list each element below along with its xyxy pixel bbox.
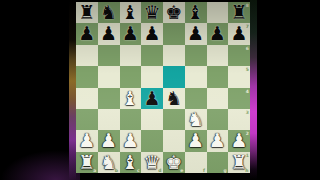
square-c2[interactable]: ♟ xyxy=(120,130,142,151)
square-e1[interactable]: ♚e xyxy=(163,152,185,173)
square-c7[interactable]: ♟ xyxy=(120,23,142,44)
piece-black-pawn-c7[interactable]: ♟ xyxy=(120,23,142,44)
chess-board[interactable]: ♜♞♝♛♚♝♜8♟♟♟♟♟♟♟765♝♟♞4♞3♟♟♟♟♟♟2♜a♞b♝c♛d♚… xyxy=(76,2,250,173)
piece-black-pawn-d4[interactable]: ♟ xyxy=(141,88,163,109)
square-d3[interactable] xyxy=(141,109,163,130)
piece-black-pawn-a7[interactable]: ♟ xyxy=(76,23,98,44)
background-right-gradient-strip xyxy=(250,0,257,180)
square-g7[interactable]: ♟ xyxy=(207,23,229,44)
piece-white-pawn-b2[interactable]: ♟ xyxy=(98,130,120,151)
square-d6[interactable] xyxy=(141,45,163,66)
piece-white-pawn-f2[interactable]: ♟ xyxy=(185,130,207,151)
piece-black-queen-d8[interactable]: ♛ xyxy=(141,2,163,23)
square-f1[interactable]: f xyxy=(185,152,207,173)
piece-white-pawn-c2[interactable]: ♟ xyxy=(120,130,142,151)
square-d7[interactable]: ♟ xyxy=(141,23,163,44)
coordinate-rank-6: 6 xyxy=(246,46,249,51)
piece-black-knight-e4[interactable]: ♞ xyxy=(163,88,185,109)
coordinate-rank-4: 4 xyxy=(246,89,249,94)
piece-white-king-e1[interactable]: ♚ xyxy=(163,152,185,173)
piece-black-pawn-b7[interactable]: ♟ xyxy=(98,23,120,44)
square-c3[interactable] xyxy=(120,109,142,130)
piece-white-rook-a1[interactable]: ♜ xyxy=(76,152,98,173)
square-e8[interactable]: ♚ xyxy=(163,2,185,23)
square-d1[interactable]: ♛d xyxy=(141,152,163,173)
square-a6[interactable] xyxy=(76,45,98,66)
piece-white-bishop-c1[interactable]: ♝ xyxy=(120,152,142,173)
piece-white-pawn-h2[interactable]: ♟ xyxy=(228,130,250,151)
square-c6[interactable] xyxy=(120,45,142,66)
piece-white-knight-b1[interactable]: ♞ xyxy=(98,152,120,173)
piece-black-pawn-g7[interactable]: ♟ xyxy=(207,23,229,44)
square-b4[interactable] xyxy=(98,88,120,109)
square-a7[interactable]: ♟ xyxy=(76,23,98,44)
piece-black-rook-h8[interactable]: ♜ xyxy=(228,2,250,23)
coordinate-file-f: f xyxy=(203,168,205,173)
square-c5[interactable] xyxy=(120,66,142,87)
square-b5[interactable] xyxy=(98,66,120,87)
square-a8[interactable]: ♜ xyxy=(76,2,98,23)
square-f7[interactable]: ♟ xyxy=(185,23,207,44)
piece-black-bishop-f8[interactable]: ♝ xyxy=(185,2,207,23)
square-e4[interactable]: ♞ xyxy=(163,88,185,109)
square-d4[interactable]: ♟ xyxy=(141,88,163,109)
square-h3[interactable]: 3 xyxy=(228,109,250,130)
square-g8[interactable] xyxy=(207,2,229,23)
coordinate-rank-3: 3 xyxy=(246,110,249,115)
piece-white-pawn-a2[interactable]: ♟ xyxy=(76,130,98,151)
piece-white-knight-f3[interactable]: ♞ xyxy=(185,109,207,130)
piece-white-bishop-c4[interactable]: ♝ xyxy=(120,88,142,109)
square-g4[interactable] xyxy=(207,88,229,109)
square-c4[interactable]: ♝ xyxy=(120,88,142,109)
piece-black-bishop-c8[interactable]: ♝ xyxy=(120,2,142,23)
square-g6[interactable] xyxy=(207,45,229,66)
square-d2[interactable] xyxy=(141,130,163,151)
coordinate-rank-5: 5 xyxy=(246,67,249,72)
piece-black-pawn-d7[interactable]: ♟ xyxy=(141,23,163,44)
piece-black-pawn-h7[interactable]: ♟ xyxy=(228,23,250,44)
piece-white-rook-h1[interactable]: ♜ xyxy=(228,152,250,173)
square-d8[interactable]: ♛ xyxy=(141,2,163,23)
square-g5[interactable] xyxy=(207,66,229,87)
square-g1[interactable]: g xyxy=(207,152,229,173)
piece-black-king-e8[interactable]: ♚ xyxy=(163,2,185,23)
square-h6[interactable]: 6 xyxy=(228,45,250,66)
square-c8[interactable]: ♝ xyxy=(120,2,142,23)
piece-white-pawn-g2[interactable]: ♟ xyxy=(207,130,229,151)
square-b7[interactable]: ♟ xyxy=(98,23,120,44)
square-h7[interactable]: ♟7 xyxy=(228,23,250,44)
square-b6[interactable] xyxy=(98,45,120,66)
square-b1[interactable]: ♞b xyxy=(98,152,120,173)
square-b8[interactable]: ♞ xyxy=(98,2,120,23)
square-c1[interactable]: ♝c xyxy=(120,152,142,173)
square-a5[interactable] xyxy=(76,66,98,87)
square-h1[interactable]: ♜1h xyxy=(228,152,250,173)
square-b2[interactable]: ♟ xyxy=(98,130,120,151)
square-f3[interactable]: ♞ xyxy=(185,109,207,130)
square-f6[interactable] xyxy=(185,45,207,66)
square-f2[interactable]: ♟ xyxy=(185,130,207,151)
square-h4[interactable]: 4 xyxy=(228,88,250,109)
piece-black-rook-a8[interactable]: ♜ xyxy=(76,2,98,23)
square-e6[interactable] xyxy=(163,45,185,66)
square-b3[interactable] xyxy=(98,109,120,130)
square-a2[interactable]: ♟ xyxy=(76,130,98,151)
background-corner-glow xyxy=(0,150,80,180)
square-a4[interactable] xyxy=(76,88,98,109)
square-a1[interactable]: ♜a xyxy=(76,152,98,173)
square-a3[interactable] xyxy=(76,109,98,130)
coordinate-file-g: g xyxy=(224,168,227,173)
square-f8[interactable]: ♝ xyxy=(185,2,207,23)
square-e3[interactable] xyxy=(163,109,185,130)
square-e5[interactable] xyxy=(163,66,185,87)
square-h2[interactable]: ♟2 xyxy=(228,130,250,151)
piece-white-queen-d1[interactable]: ♛ xyxy=(141,152,163,173)
square-g2[interactable]: ♟ xyxy=(207,130,229,151)
square-d5[interactable] xyxy=(141,66,163,87)
square-f5[interactable] xyxy=(185,66,207,87)
square-f4[interactable] xyxy=(185,88,207,109)
square-e7[interactable] xyxy=(163,23,185,44)
square-g3[interactable] xyxy=(207,109,229,130)
square-h5[interactable]: 5 xyxy=(228,66,250,87)
square-h8[interactable]: ♜8 xyxy=(228,2,250,23)
piece-black-knight-b8[interactable]: ♞ xyxy=(98,2,120,23)
piece-black-pawn-f7[interactable]: ♟ xyxy=(185,23,207,44)
square-e2[interactable] xyxy=(163,130,185,151)
